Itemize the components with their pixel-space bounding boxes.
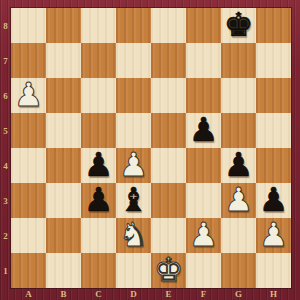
piece-black-king-g8[interactable]: ♚ — [224, 7, 254, 42]
square-e6[interactable] — [151, 78, 186, 113]
piece-white-pawn-f2[interactable]: ♟ — [189, 217, 219, 252]
square-g1[interactable] — [221, 253, 256, 288]
square-c6[interactable] — [81, 78, 116, 113]
square-g3[interactable]: ♟ — [221, 183, 256, 218]
square-b2[interactable] — [46, 218, 81, 253]
square-b5[interactable] — [46, 113, 81, 148]
square-d7[interactable] — [116, 43, 151, 78]
square-h4[interactable] — [256, 148, 291, 183]
square-a1[interactable] — [11, 253, 46, 288]
square-a5[interactable] — [11, 113, 46, 148]
square-g2[interactable] — [221, 218, 256, 253]
file-label-h: H — [256, 288, 291, 300]
square-h5[interactable] — [256, 113, 291, 148]
square-c8[interactable] — [81, 8, 116, 43]
square-d8[interactable] — [116, 8, 151, 43]
square-c5[interactable] — [81, 113, 116, 148]
square-h2[interactable]: ♟ — [256, 218, 291, 253]
square-g5[interactable] — [221, 113, 256, 148]
square-h7[interactable] — [256, 43, 291, 78]
square-f4[interactable] — [186, 148, 221, 183]
piece-white-pawn-h2[interactable]: ♟ — [259, 217, 289, 252]
file-label-e: E — [151, 288, 186, 300]
square-h6[interactable] — [256, 78, 291, 113]
square-g8[interactable]: ♚ — [221, 8, 256, 43]
square-g6[interactable] — [221, 78, 256, 113]
square-f7[interactable] — [186, 43, 221, 78]
square-b6[interactable] — [46, 78, 81, 113]
file-label-g: G — [221, 288, 256, 300]
square-f1[interactable] — [186, 253, 221, 288]
square-c1[interactable] — [81, 253, 116, 288]
rank-label-5: 5 — [0, 113, 11, 148]
piece-black-pawn-g4[interactable]: ♟ — [224, 147, 254, 182]
square-b8[interactable] — [46, 8, 81, 43]
square-b1[interactable] — [46, 253, 81, 288]
square-a2[interactable] — [11, 218, 46, 253]
piece-white-king-e1[interactable]: ♚ — [154, 252, 184, 287]
piece-black-pawn-f5[interactable]: ♟ — [189, 112, 219, 147]
square-e3[interactable] — [151, 183, 186, 218]
square-e7[interactable] — [151, 43, 186, 78]
square-e4[interactable] — [151, 148, 186, 183]
piece-black-pawn-h3[interactable]: ♟ — [259, 182, 289, 217]
piece-white-pawn-g3[interactable]: ♟ — [224, 182, 254, 217]
square-b3[interactable] — [46, 183, 81, 218]
square-e1[interactable]: ♚ — [151, 253, 186, 288]
square-f2[interactable]: ♟ — [186, 218, 221, 253]
square-a8[interactable] — [11, 8, 46, 43]
square-g4[interactable]: ♟ — [221, 148, 256, 183]
square-f3[interactable] — [186, 183, 221, 218]
file-label-c: C — [81, 288, 116, 300]
rank-label-3: 3 — [0, 183, 11, 218]
square-d2[interactable]: ♞ — [116, 218, 151, 253]
square-a6[interactable]: ♟ — [11, 78, 46, 113]
file-label-f: F — [186, 288, 221, 300]
rank-label-6: 6 — [0, 78, 11, 113]
square-e5[interactable] — [151, 113, 186, 148]
board: ♚♟♟♟♟♟♟♝♟♟♞♟♟♚ — [11, 8, 291, 288]
rank-label-1: 1 — [0, 253, 11, 288]
rank-label-8: 8 — [0, 8, 11, 43]
square-b7[interactable] — [46, 43, 81, 78]
square-e2[interactable] — [151, 218, 186, 253]
piece-black-pawn-c4[interactable]: ♟ — [84, 147, 114, 182]
rank-label-4: 4 — [0, 148, 11, 183]
piece-black-bishop-d3[interactable]: ♝ — [119, 182, 149, 217]
square-d5[interactable] — [116, 113, 151, 148]
square-c3[interactable]: ♟ — [81, 183, 116, 218]
file-label-b: B — [46, 288, 81, 300]
square-c4[interactable]: ♟ — [81, 148, 116, 183]
square-d1[interactable] — [116, 253, 151, 288]
square-h8[interactable] — [256, 8, 291, 43]
piece-white-pawn-d4[interactable]: ♟ — [119, 147, 149, 182]
square-c7[interactable] — [81, 43, 116, 78]
square-c2[interactable] — [81, 218, 116, 253]
chess-diagram-frame: 87654321 ABCDEFGH ♚♟♟♟♟♟♟♝♟♟♞♟♟♚ — [0, 0, 300, 300]
rank-label-7: 7 — [0, 43, 11, 78]
piece-black-pawn-c3[interactable]: ♟ — [84, 182, 114, 217]
square-g7[interactable] — [221, 43, 256, 78]
square-b4[interactable] — [46, 148, 81, 183]
piece-white-knight-d2[interactable]: ♞ — [119, 217, 149, 252]
file-label-a: A — [11, 288, 46, 300]
square-f8[interactable] — [186, 8, 221, 43]
square-f6[interactable] — [186, 78, 221, 113]
piece-white-pawn-a6[interactable]: ♟ — [14, 77, 44, 112]
square-f5[interactable]: ♟ — [186, 113, 221, 148]
square-d3[interactable]: ♝ — [116, 183, 151, 218]
square-a4[interactable] — [11, 148, 46, 183]
square-a7[interactable] — [11, 43, 46, 78]
square-h3[interactable]: ♟ — [256, 183, 291, 218]
rank-labels: 87654321 — [0, 8, 11, 288]
square-a3[interactable] — [11, 183, 46, 218]
file-labels: ABCDEFGH — [11, 288, 291, 300]
square-d6[interactable] — [116, 78, 151, 113]
rank-label-2: 2 — [0, 218, 11, 253]
square-d4[interactable]: ♟ — [116, 148, 151, 183]
file-label-d: D — [116, 288, 151, 300]
square-h1[interactable] — [256, 253, 291, 288]
square-e8[interactable] — [151, 8, 186, 43]
